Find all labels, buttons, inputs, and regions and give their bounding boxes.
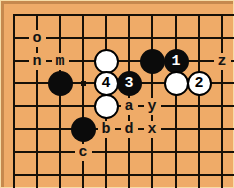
letter-point-m: m xyxy=(52,53,69,70)
stone-white xyxy=(94,49,119,74)
go-corner-diagram: onmzaybdxc1432 xyxy=(0,0,234,188)
letter-point-o: o xyxy=(29,30,46,47)
letter-point-x: x xyxy=(144,121,161,138)
letter-point-z: z xyxy=(214,53,231,70)
stone-white-move-4: 4 xyxy=(94,71,119,96)
grid-line-vertical xyxy=(13,14,15,188)
grid-line-vertical xyxy=(221,14,223,188)
grid-line-horizontal xyxy=(13,151,234,153)
grid-line-horizontal xyxy=(13,37,234,39)
letter-point-b: b xyxy=(98,121,115,138)
stone-white-move-2: 2 xyxy=(187,71,212,96)
grid-line-vertical xyxy=(59,14,61,188)
letter-point-a: a xyxy=(121,98,138,115)
hoshi-point xyxy=(81,81,86,86)
grid-line-horizontal xyxy=(13,14,234,16)
grid-line-vertical xyxy=(198,14,200,188)
grid-line-vertical xyxy=(82,14,84,188)
letter-point-c: c xyxy=(75,144,92,161)
stone-black-move-3: 3 xyxy=(117,71,142,96)
grid-line-vertical xyxy=(175,14,177,188)
stone-black xyxy=(71,117,96,142)
letter-point-y: y xyxy=(144,98,161,115)
stone-black xyxy=(140,49,165,74)
stone-white xyxy=(164,71,189,96)
letter-point-d: d xyxy=(121,121,138,138)
stone-white xyxy=(94,94,119,119)
grid-line-horizontal xyxy=(13,174,234,176)
stone-black-move-1: 1 xyxy=(164,49,189,74)
grid-line-horizontal xyxy=(13,60,234,62)
stone-black xyxy=(48,71,73,96)
letter-point-n: n xyxy=(29,53,46,70)
